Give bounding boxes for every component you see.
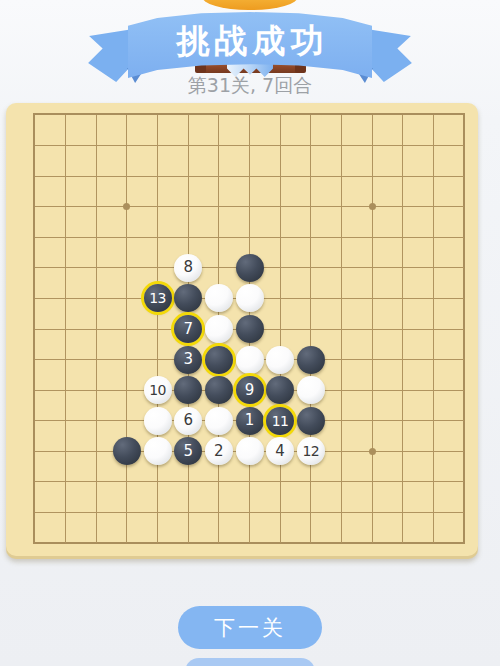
move-number: 8 [183,260,193,275]
grid-line-v [310,115,311,543]
board: 81373109611152412 [6,103,478,559]
stone-black [266,376,294,404]
move-number: 5 [183,444,193,459]
stone-black [205,346,233,374]
stone-black [297,407,325,435]
stone-white [205,407,233,435]
grid-line-v [341,115,342,543]
trophy-icon [202,0,298,10]
stone-white [144,407,172,435]
stone-black [236,315,264,343]
move-number: 9 [245,383,255,398]
grid-line-v [280,115,281,543]
move-number: 12 [302,444,319,458]
stone-white [297,376,325,404]
move-number: 1 [245,413,255,428]
stone-white-move-8: 8 [174,254,202,282]
grid-line-v [433,115,434,543]
star-point [369,448,376,455]
stone-black-move-3: 3 [174,346,202,374]
stone-white-move-12: 12 [297,437,325,465]
victory-screen: 挑战成功 第31关, 7回合 81373109611152412 下一关 [0,0,500,666]
stone-white-move-2: 2 [205,437,233,465]
stone-black-move-13: 13 [144,284,172,312]
stone-black-move-9: 9 [236,376,264,404]
stone-black-move-7: 7 [174,315,202,343]
stone-black-move-1: 1 [236,407,264,435]
move-number: 4 [275,444,285,459]
stone-black [205,376,233,404]
stone-white [144,437,172,465]
secondary-button-partial[interactable] [185,658,315,666]
move-number: 2 [214,444,224,459]
stone-black [297,346,325,374]
level-info: 第31关, 7回合 [0,73,500,99]
next-level-button[interactable]: 下一关 [178,606,322,649]
move-number: 13 [149,291,166,305]
stone-white-move-10: 10 [144,376,172,404]
stone-white [205,315,233,343]
grid-line-v [402,115,403,543]
grid-line-h [35,481,464,482]
stone-black-move-11: 11 [266,407,294,435]
grid-line-v [372,115,373,543]
star-point [369,203,376,210]
move-number: 7 [183,322,193,337]
stone-white [236,346,264,374]
stone-white-move-6: 6 [174,407,202,435]
move-number: 11 [272,414,289,428]
stone-black [113,437,141,465]
move-number: 3 [183,352,193,367]
stone-black [236,254,264,282]
stone-white [236,437,264,465]
stone-white [266,346,294,374]
move-number: 6 [183,413,193,428]
next-level-label: 下一关 [214,614,286,642]
grid-line-h [35,512,464,513]
move-number: 10 [149,383,166,397]
banner-title: 挑战成功 [172,19,329,72]
stone-white [236,284,264,312]
